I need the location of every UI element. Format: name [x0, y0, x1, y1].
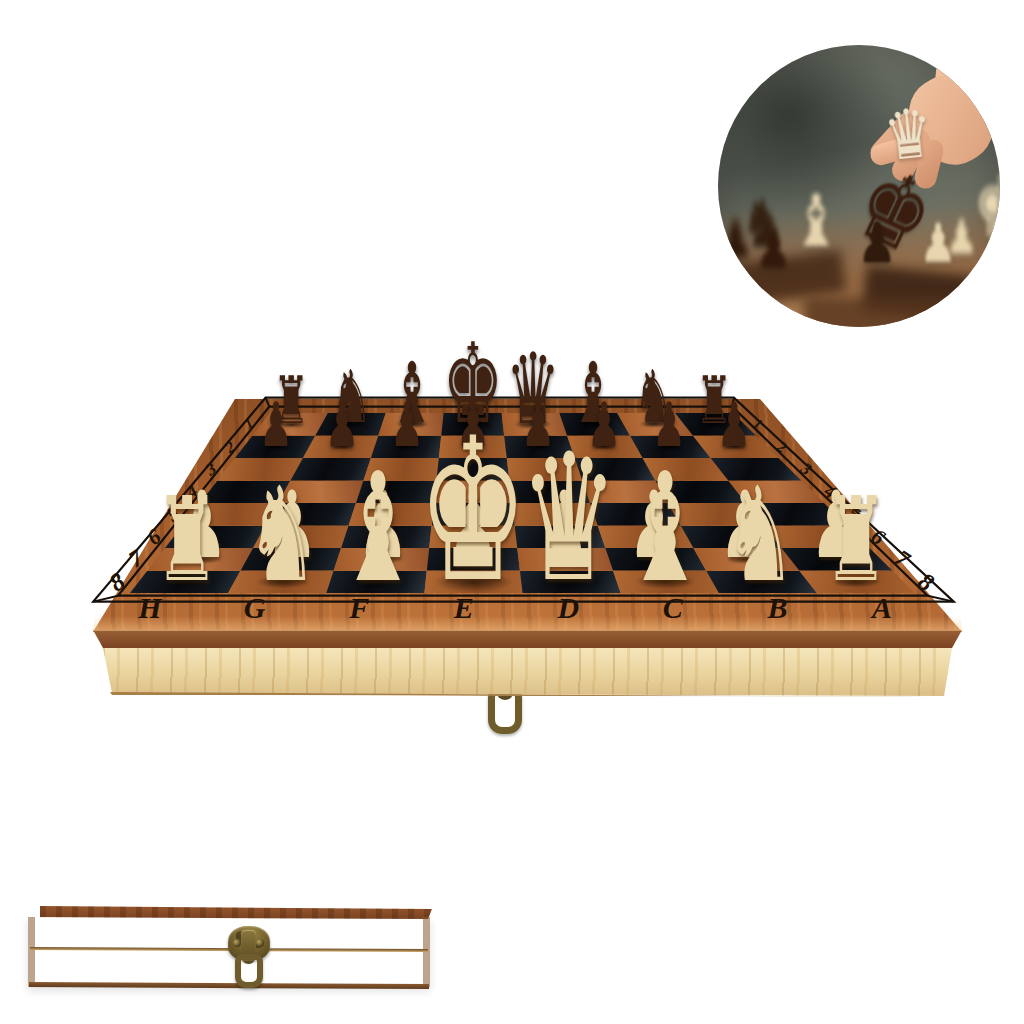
closed-box-left-end: [28, 917, 35, 987]
light-rook-a8: ♜: [823, 481, 888, 598]
rank-label-right-7: 7: [891, 546, 914, 572]
rank-label-left-8: 8: [104, 568, 129, 596]
light-queen-d8: ♛: [520, 430, 618, 606]
inset-photo-hand-moving-piece: ♞♟♝♟♟♚♟♚♟♛: [718, 45, 1000, 327]
folded-closed-chess-box: [28, 900, 432, 992]
light-rook-h8: ♜: [154, 481, 219, 598]
light-knight-b8: ♞: [724, 470, 797, 601]
inset-blurred-square: [804, 297, 946, 327]
latch-screw: [256, 939, 264, 947]
light-knight-g8: ♞: [246, 470, 319, 601]
inset-cream-bishop: ♝: [791, 185, 841, 257]
latch-screw: [233, 939, 241, 947]
inset-dark-pawn: ♟: [755, 223, 791, 275]
rank-label-right-8: 8: [914, 568, 939, 596]
dark-pawn-a2: ♟: [717, 394, 751, 455]
inset-dark-pawn: ♟: [858, 215, 897, 271]
closed-box-bottom-edge: [29, 982, 429, 989]
inset-held-cream-queen: ♛: [881, 99, 935, 172]
light-king-e8: ♚: [418, 412, 528, 610]
light-bishop-c8: ♝: [623, 452, 707, 602]
board-side-edge: [93, 630, 962, 648]
inset-dark-pawn: ♟: [718, 213, 753, 265]
latch-loop: [235, 954, 263, 988]
product-photo-stage: ♞♟♝♟♟♚♟♚♟♛ HGFEDCBA1122334455667788 ♜♞♝♚…: [0, 0, 1024, 1024]
storage-box-base: [103, 648, 952, 698]
dark-pawn-h2: ♟: [259, 394, 293, 455]
inset-cream-pawn: ♟: [945, 213, 979, 261]
light-bishop-f8: ♝: [336, 452, 420, 602]
